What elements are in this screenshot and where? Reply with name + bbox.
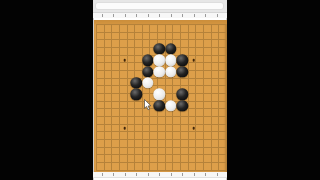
ruler-tick — [102, 14, 103, 17]
ruler-tick — [113, 173, 114, 176]
ruler-tick — [205, 14, 206, 17]
ruler-tick — [125, 173, 126, 176]
ruler-tick — [136, 173, 137, 176]
ruler-tick — [171, 173, 172, 176]
ruler-tick — [171, 14, 172, 17]
ruler-tick — [148, 173, 149, 176]
star-point — [192, 127, 195, 130]
ruler-tick — [113, 14, 114, 17]
ruler-tick — [217, 14, 218, 17]
ruler-tick — [182, 173, 183, 176]
star-point — [124, 59, 127, 62]
mouse-cursor — [144, 99, 152, 111]
ruler-tick — [182, 14, 183, 17]
ruler-tick — [148, 14, 149, 17]
ruler-tick — [159, 14, 160, 17]
star-point — [124, 127, 127, 130]
toolbar — [93, 0, 227, 12]
top-coordinate-ruler — [93, 12, 227, 18]
go-board[interactable] — [94, 20, 227, 172]
ruler-tick — [136, 14, 137, 17]
board-top-band — [94, 20, 227, 24]
ruler-tick — [194, 173, 195, 176]
star-point — [192, 59, 195, 62]
ruler-tick — [205, 173, 206, 176]
ruler-tick — [159, 173, 160, 176]
stage — [0, 0, 320, 180]
toolbar-bar[interactable] — [95, 2, 224, 11]
ruler-tick — [194, 14, 195, 17]
ruler-tick — [217, 173, 218, 176]
letterbox-left — [0, 0, 93, 180]
ruler-tick — [125, 14, 126, 17]
ruler-tick — [102, 173, 103, 176]
bottom-coordinate-ruler — [93, 172, 227, 178]
letterbox-right — [227, 0, 320, 180]
